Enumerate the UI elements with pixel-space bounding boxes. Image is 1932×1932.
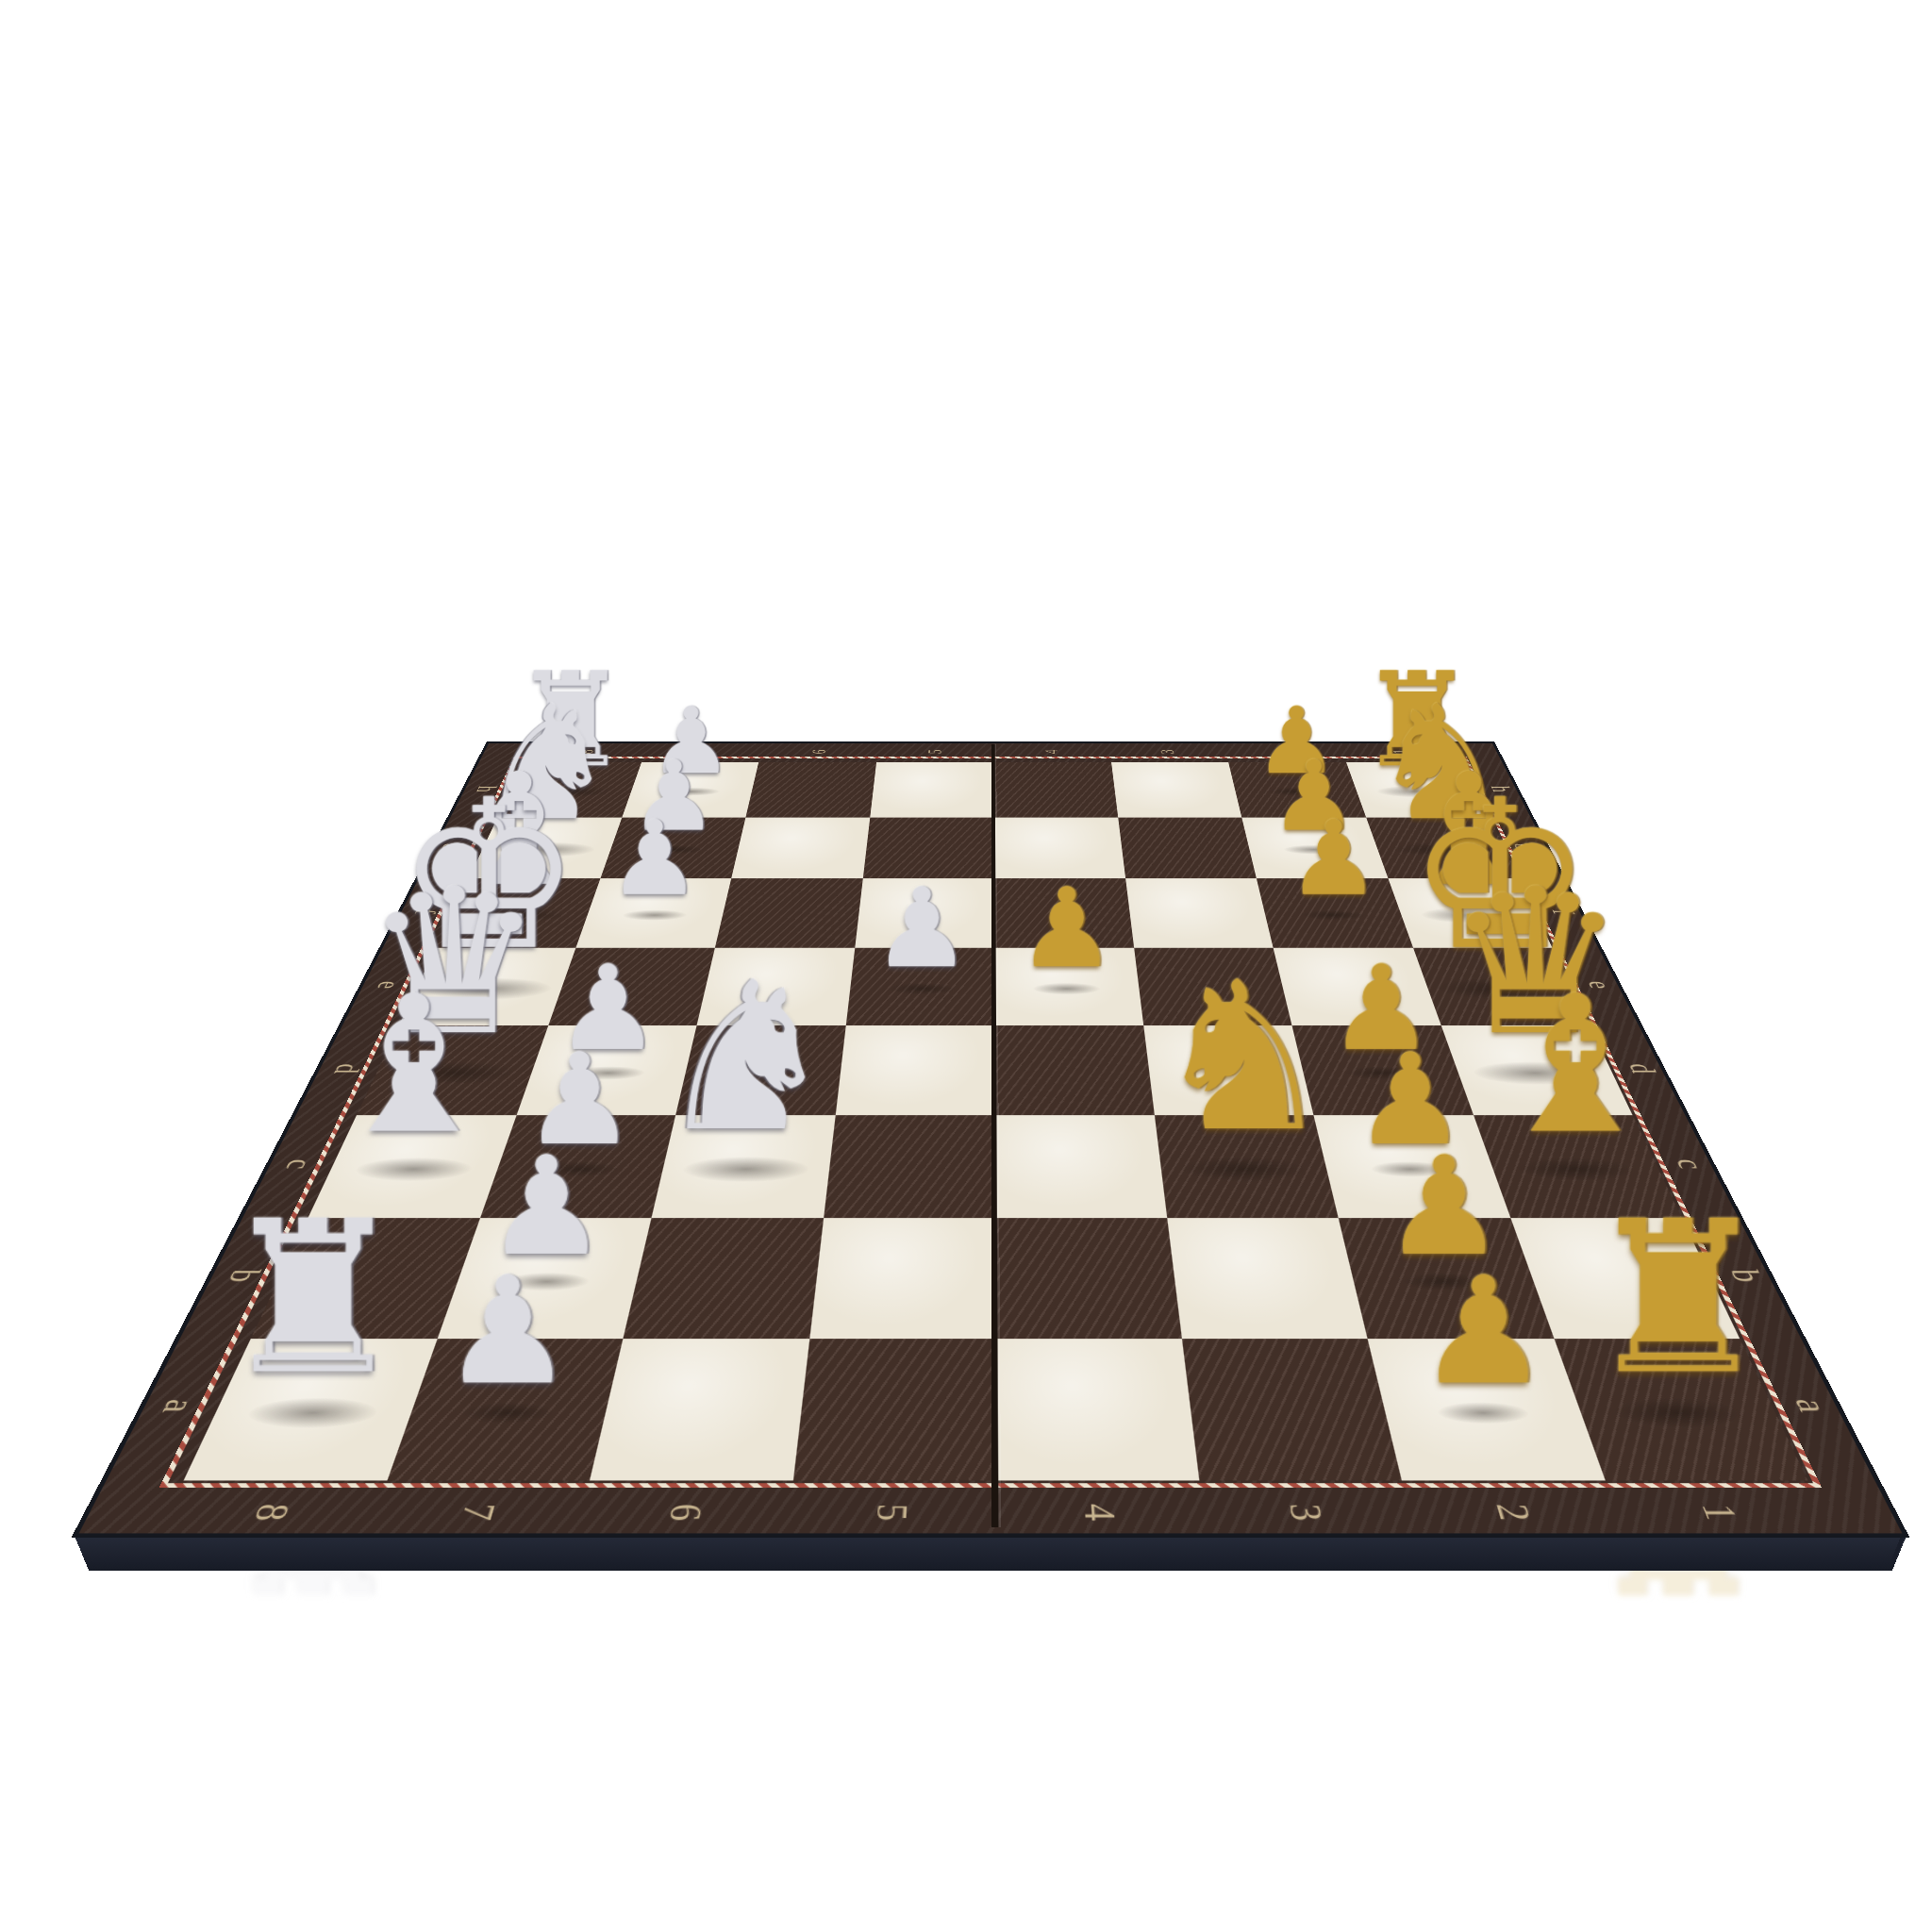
piece-gold-rook-a1[interactable]: ♜♜ xyxy=(1529,1192,1826,1413)
coord-rank-5-back: 5 xyxy=(924,750,947,754)
coord-rank-6-back: 6 xyxy=(808,750,830,754)
chess-set-product-photo: 8877665544332211aabbccddeeffgghh♜♜♝♝♛♛♚♚… xyxy=(340,373,1641,1674)
coord-rank-1-front: 1 xyxy=(1691,1504,1749,1521)
coord-rank-6-front: 6 xyxy=(658,1504,711,1521)
piece-silver-rook-a8[interactable]: ♜♜ xyxy=(164,1192,461,1413)
board-front-edge xyxy=(74,1533,1907,1570)
piece-gold-knight-c3[interactable]: ♞♞ xyxy=(1117,954,1370,1170)
coord-rank-4-front: 4 xyxy=(1074,1504,1124,1521)
rook-icon: ♜ xyxy=(164,1192,461,1403)
coord-rank-5-front: 5 xyxy=(867,1504,918,1521)
piece-silver-knight-c6[interactable]: ♞♞ xyxy=(619,954,872,1170)
knight-icon: ♞ xyxy=(619,954,872,1159)
coord-rank-2-front: 2 xyxy=(1486,1504,1541,1521)
coord-rank-7-front: 7 xyxy=(451,1504,506,1521)
coord-rank-3-front: 3 xyxy=(1280,1504,1333,1521)
rook-icon: ♜ xyxy=(1529,1192,1826,1403)
coord-rank-8-front: 8 xyxy=(243,1504,301,1521)
coord-rank-4-back: 4 xyxy=(1041,750,1063,754)
chess-board: 8877665544332211aabbccddeeffgghh♜♜♝♝♛♛♚♚… xyxy=(72,741,1910,1538)
knight-icon: ♞ xyxy=(1117,954,1370,1159)
coord-rank-3-back: 3 xyxy=(1157,750,1179,754)
